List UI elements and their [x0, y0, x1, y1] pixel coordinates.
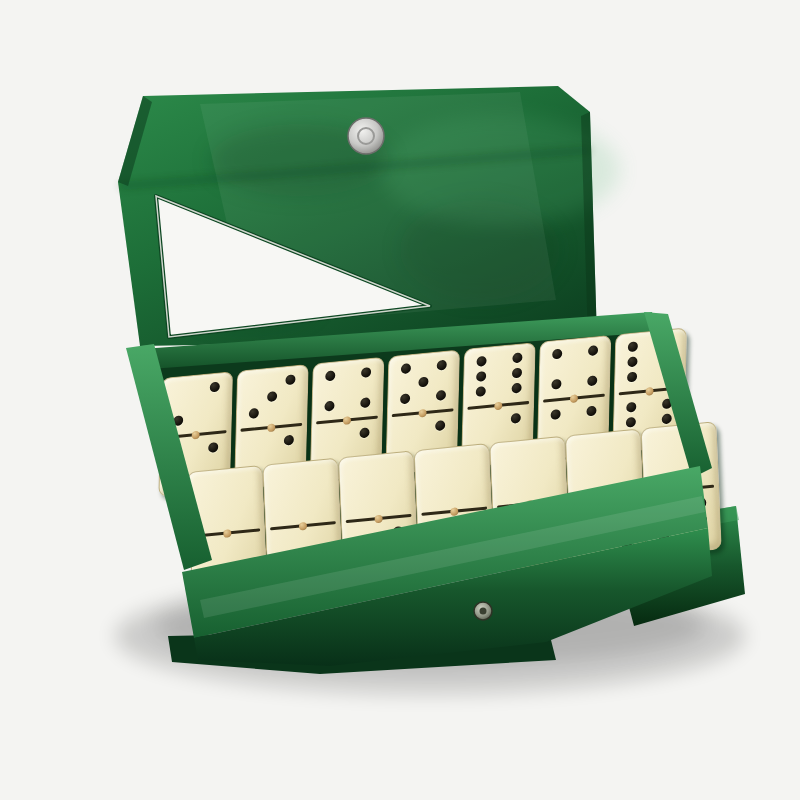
tray-left-rim [126, 344, 212, 570]
front-snap-stud-center [480, 608, 487, 615]
domino-case-photo [0, 0, 800, 800]
tray-right-rim [644, 312, 712, 478]
case-front-artwork [0, 0, 800, 800]
